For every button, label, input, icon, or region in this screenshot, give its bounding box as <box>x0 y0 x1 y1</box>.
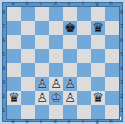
square-d2[interactable]: ♔ <box>49 91 63 105</box>
square-g7[interactable]: ♛ <box>91 21 105 35</box>
square-e5[interactable] <box>63 49 77 63</box>
piece-white-pawn[interactable]: ♙ <box>35 91 49 105</box>
square-g8[interactable] <box>91 7 105 21</box>
square-g6[interactable] <box>91 35 105 49</box>
square-d5[interactable] <box>49 49 63 63</box>
square-e1[interactable] <box>63 105 77 119</box>
piece-white-pawn[interactable]: ♙ <box>35 77 49 91</box>
square-h4[interactable] <box>105 63 119 77</box>
square-c8[interactable] <box>35 7 49 21</box>
square-h6[interactable] <box>105 35 119 49</box>
square-h1[interactable] <box>105 105 119 119</box>
piece-black-queen[interactable]: ♛ <box>91 91 105 105</box>
square-g3[interactable] <box>91 77 105 91</box>
square-a6[interactable] <box>7 35 21 49</box>
piece-black-queen[interactable]: ♛ <box>91 21 105 35</box>
square-c5[interactable] <box>35 49 49 63</box>
square-d6[interactable] <box>49 35 63 49</box>
square-f4[interactable] <box>77 63 91 77</box>
square-a4[interactable] <box>7 63 21 77</box>
square-e6[interactable] <box>63 35 77 49</box>
square-d8[interactable] <box>49 7 63 21</box>
square-f3[interactable] <box>77 77 91 91</box>
square-f5[interactable] <box>77 49 91 63</box>
piece-black-queen[interactable]: ♛ <box>7 91 21 105</box>
square-a5[interactable] <box>7 49 21 63</box>
square-f1[interactable] <box>77 105 91 119</box>
piece-white-king[interactable]: ♔ <box>49 91 63 105</box>
square-f6[interactable] <box>77 35 91 49</box>
piece-black-king[interactable]: ♚ <box>63 21 77 35</box>
square-h7[interactable] <box>105 21 119 35</box>
square-b8[interactable] <box>21 7 35 21</box>
square-e3[interactable]: ♙ <box>63 77 77 91</box>
square-b4[interactable] <box>21 63 35 77</box>
square-e2[interactable]: ♙ <box>63 91 77 105</box>
square-g5[interactable] <box>91 49 105 63</box>
square-d4[interactable] <box>49 63 63 77</box>
square-g1[interactable] <box>91 105 105 119</box>
square-b3[interactable] <box>21 77 35 91</box>
square-d7[interactable] <box>49 21 63 35</box>
piece-white-pawn[interactable]: ♙ <box>49 77 63 91</box>
square-h8[interactable] <box>105 7 119 21</box>
square-e7[interactable]: ♚ <box>63 21 77 35</box>
square-g2[interactable]: ♛ <box>91 91 105 105</box>
square-c4[interactable] <box>35 63 49 77</box>
chess-board-window: ♚♛♙♙♙♛♙♔♙♛ aabbccddeeffgghh8877665544332… <box>0 0 125 124</box>
square-h5[interactable] <box>105 49 119 63</box>
square-h2[interactable] <box>105 91 119 105</box>
square-f8[interactable] <box>77 7 91 21</box>
square-d1[interactable] <box>49 105 63 119</box>
square-e4[interactable] <box>63 63 77 77</box>
piece-white-pawn[interactable]: ♙ <box>63 91 77 105</box>
square-c3[interactable]: ♙ <box>35 77 49 91</box>
square-b5[interactable] <box>21 49 35 63</box>
square-a3[interactable] <box>7 77 21 91</box>
chess-board[interactable]: ♚♛♙♙♙♛♙♔♙♛ <box>6 6 120 120</box>
square-b6[interactable] <box>21 35 35 49</box>
square-c2[interactable]: ♙ <box>35 91 49 105</box>
square-a2[interactable]: ♛ <box>7 91 21 105</box>
square-a7[interactable] <box>7 21 21 35</box>
square-c6[interactable] <box>35 35 49 49</box>
square-f2[interactable] <box>77 91 91 105</box>
square-b7[interactable] <box>21 21 35 35</box>
square-e8[interactable] <box>63 7 77 21</box>
square-c7[interactable] <box>35 21 49 35</box>
square-a8[interactable] <box>7 7 21 21</box>
piece-white-pawn[interactable]: ♙ <box>63 77 77 91</box>
square-d3[interactable]: ♙ <box>49 77 63 91</box>
square-g4[interactable] <box>91 63 105 77</box>
square-a1[interactable] <box>7 105 21 119</box>
square-b1[interactable] <box>21 105 35 119</box>
square-c1[interactable] <box>35 105 49 119</box>
square-b2[interactable] <box>21 91 35 105</box>
square-f7[interactable] <box>77 21 91 35</box>
square-h3[interactable] <box>105 77 119 91</box>
